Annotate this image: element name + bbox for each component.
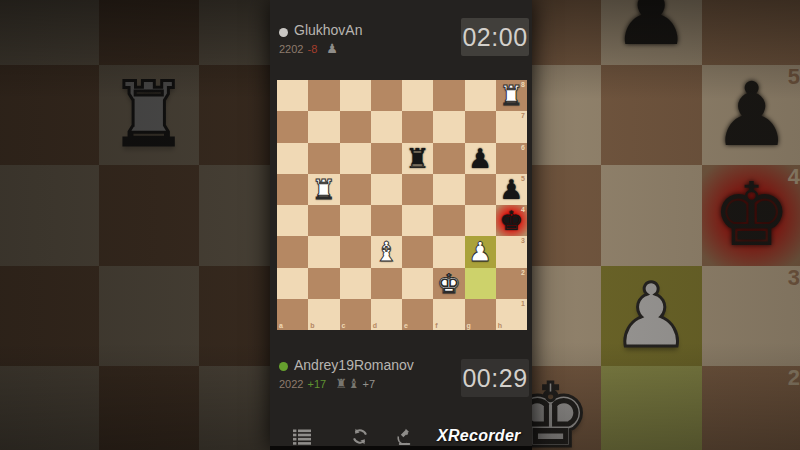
opponent-rating: 2202 — [279, 43, 303, 55]
square-d8[interactable] — [371, 80, 402, 111]
opponent-clock: 02:00 — [461, 18, 529, 56]
opponent-captured-pieces: ♟ — [326, 41, 339, 56]
square-b2[interactable] — [308, 268, 339, 299]
square-c4[interactable] — [340, 205, 371, 236]
square-h7[interactable]: 7 — [496, 111, 527, 142]
square-f3[interactable] — [433, 236, 464, 267]
white-pawn[interactable]: ♟ — [465, 236, 496, 267]
black-rook-icon: ♜ — [335, 376, 348, 391]
square-c8[interactable] — [340, 80, 371, 111]
square-a5[interactable] — [277, 174, 308, 205]
list-icon[interactable] — [293, 428, 311, 445]
square-c2[interactable] — [340, 268, 371, 299]
square-a2[interactable] — [277, 268, 308, 299]
square-c7[interactable] — [340, 111, 371, 142]
file-label-d: d — [373, 322, 377, 329]
square-e6[interactable]: ♜ — [402, 143, 433, 174]
square-f8[interactable] — [433, 80, 464, 111]
player-rating: 2022 — [279, 378, 303, 390]
white-pawn-icon: ♟ — [326, 41, 339, 56]
square-c6[interactable] — [340, 143, 371, 174]
square-b7[interactable] — [308, 111, 339, 142]
square-e8[interactable] — [402, 80, 433, 111]
square-f2[interactable]: ♚ — [433, 268, 464, 299]
square-h4[interactable]: 4♚ — [496, 205, 527, 236]
file-label-h: h — [498, 322, 502, 329]
white-rook[interactable]: ♜ — [308, 174, 339, 205]
bottom-nav-strip — [270, 446, 532, 450]
app-window: GlukhovAn 2202 -8 ♟ 02:00 8♜7♜♟6♜5♟4♚♝♟3… — [270, 0, 532, 450]
square-c1[interactable]: c — [340, 299, 371, 330]
square-e7[interactable] — [402, 111, 433, 142]
player-status-dot — [279, 362, 288, 371]
chess-board[interactable]: 8♜7♜♟6♜5♟4♚♝♟3♚2abcdefg1h — [277, 80, 527, 330]
file-label-c: c — [342, 322, 346, 329]
square-h5[interactable]: 5♟ — [496, 174, 527, 205]
rank-label-1: 1 — [521, 300, 525, 307]
square-g3[interactable]: ♟ — [465, 236, 496, 267]
white-king[interactable]: ♚ — [433, 268, 464, 299]
square-f4[interactable] — [433, 205, 464, 236]
black-king[interactable]: ♚ — [496, 205, 527, 236]
rank-label-7: 7 — [521, 112, 525, 119]
rank-label-6: 6 — [521, 144, 525, 151]
square-f6[interactable] — [433, 143, 464, 174]
black-bishop-icon: ♝ — [348, 376, 361, 391]
square-h3[interactable]: 3 — [496, 236, 527, 267]
square-e2[interactable] — [402, 268, 433, 299]
square-h1[interactable]: 1h — [496, 299, 527, 330]
square-b6[interactable] — [308, 143, 339, 174]
square-d2[interactable] — [371, 268, 402, 299]
white-rook[interactable]: ♜ — [496, 80, 527, 111]
square-f1[interactable]: f — [433, 299, 464, 330]
square-b8[interactable] — [308, 80, 339, 111]
file-label-a: a — [279, 322, 283, 329]
square-d7[interactable] — [371, 111, 402, 142]
file-label-f: f — [435, 322, 437, 329]
square-g5[interactable] — [465, 174, 496, 205]
square-b1[interactable]: b — [308, 299, 339, 330]
square-h6[interactable]: 6 — [496, 143, 527, 174]
file-label-b: b — [310, 322, 314, 329]
file-label-g: g — [467, 322, 471, 329]
square-b3[interactable] — [308, 236, 339, 267]
square-e5[interactable] — [402, 174, 433, 205]
flip-rematch-icon[interactable] — [351, 428, 369, 445]
player-name: Andrey19Romanov — [294, 357, 414, 373]
white-bishop[interactable]: ♝ — [371, 236, 402, 267]
opponent-status-dot — [279, 28, 288, 37]
square-f5[interactable] — [433, 174, 464, 205]
black-pawn[interactable]: ♟ — [465, 143, 496, 174]
opponent-rating-change: -8 — [307, 43, 317, 55]
file-label-e: e — [404, 322, 408, 329]
square-c3[interactable] — [340, 236, 371, 267]
square-c5[interactable] — [340, 174, 371, 205]
square-d3[interactable]: ♝ — [371, 236, 402, 267]
square-h2[interactable]: 2 — [496, 268, 527, 299]
analysis-microscope-icon[interactable] — [395, 428, 413, 445]
player-clock: 00:29 — [461, 359, 529, 397]
xrecorder-watermark: XRecorder — [437, 427, 521, 445]
square-e1[interactable]: e — [402, 299, 433, 330]
square-a4[interactable] — [277, 205, 308, 236]
square-h8[interactable]: 8♜ — [496, 80, 527, 111]
square-f7[interactable] — [433, 111, 464, 142]
square-b4[interactable] — [308, 205, 339, 236]
opponent-name: GlukhovAn — [294, 22, 362, 38]
rank-label-2: 2 — [521, 269, 525, 276]
square-a8[interactable] — [277, 80, 308, 111]
square-g7[interactable] — [465, 111, 496, 142]
player-rating-change: +17 — [307, 378, 326, 390]
square-g1[interactable]: g — [465, 299, 496, 330]
square-e3[interactable] — [402, 236, 433, 267]
square-g4[interactable] — [465, 205, 496, 236]
square-e4[interactable] — [402, 205, 433, 236]
square-a1[interactable]: a — [277, 299, 308, 330]
square-d6[interactable] — [371, 143, 402, 174]
screen: 8♜7♜♟6♜5♟4♚♝♟3♚2abcdefg1h GlukhovAn 2202… — [0, 0, 800, 450]
player-captured-pieces: ♜♝ — [335, 376, 360, 391]
square-a3[interactable] — [277, 236, 308, 267]
square-d4[interactable] — [371, 205, 402, 236]
rank-label-3: 3 — [521, 237, 525, 244]
black-pawn[interactable]: ♟ — [496, 174, 527, 205]
black-rook[interactable]: ♜ — [402, 143, 433, 174]
square-b5[interactable]: ♜ — [308, 174, 339, 205]
square-a7[interactable] — [277, 111, 308, 142]
square-d1[interactable]: d — [371, 299, 402, 330]
square-g8[interactable] — [465, 80, 496, 111]
square-g6[interactable]: ♟ — [465, 143, 496, 174]
material-advantage: +7 — [362, 378, 375, 390]
square-g2[interactable] — [465, 268, 496, 299]
square-d5[interactable] — [371, 174, 402, 205]
square-a6[interactable] — [277, 143, 308, 174]
